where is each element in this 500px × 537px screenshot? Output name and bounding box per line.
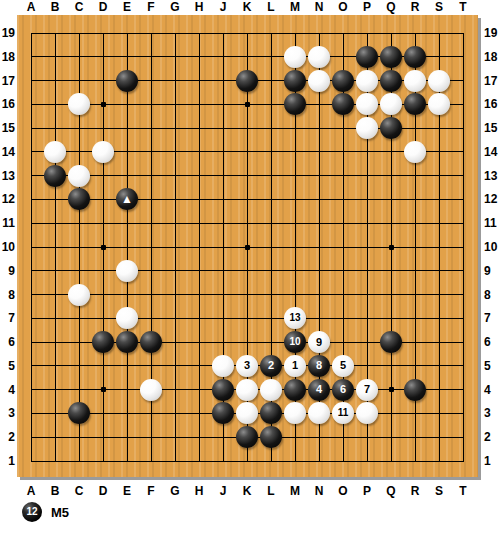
stone-black-j4[interactable] — [212, 379, 234, 401]
col-label-bottom-g: G — [165, 484, 185, 498]
stone-black-m6[interactable]: 10 — [284, 331, 306, 353]
stone-black-r4[interactable] — [404, 379, 426, 401]
row-label-right-12: 12 — [484, 192, 500, 206]
move-number-label: 8 — [316, 360, 322, 371]
move-number-label: 6 — [340, 384, 346, 395]
col-label-bottom-d: D — [93, 484, 113, 498]
grid-line-vertical — [127, 33, 128, 462]
move-number-label: 9 — [316, 337, 322, 348]
row-label-right-1: 1 — [484, 454, 500, 468]
col-label-bottom-m: M — [285, 484, 305, 498]
stone-white-p15[interactable] — [356, 117, 378, 139]
star-point-k16 — [245, 102, 250, 107]
row-label-right-6: 6 — [484, 335, 500, 349]
col-label-bottom-k: K — [237, 484, 257, 498]
col-label-bottom-j: J — [213, 484, 233, 498]
grid-line-horizontal — [31, 33, 464, 34]
move-number-label: 2 — [268, 360, 274, 371]
stone-white-p4[interactable]: 7 — [356, 379, 378, 401]
col-label-bottom-e: E — [117, 484, 137, 498]
stone-white-c13[interactable] — [68, 165, 90, 187]
row-label-left-8: 8 — [0, 288, 15, 302]
col-label-top-f: F — [141, 0, 161, 14]
col-label-bottom-p: P — [357, 484, 377, 498]
grid-line-vertical — [463, 33, 464, 462]
grid-line-horizontal — [31, 199, 464, 200]
col-label-top-n: N — [309, 0, 329, 14]
col-label-top-q: Q — [381, 0, 401, 14]
stone-white-k5[interactable]: 3 — [236, 355, 258, 377]
stone-white-r14[interactable] — [404, 141, 426, 163]
caption-move-number: 12 — [26, 507, 37, 517]
col-label-bottom-a: A — [21, 484, 41, 498]
row-label-left-1: 1 — [0, 454, 15, 468]
stone-white-m5[interactable]: 1 — [284, 355, 306, 377]
row-label-right-11: 11 — [484, 216, 500, 230]
stone-black-n4[interactable]: 4 — [308, 379, 330, 401]
col-label-top-b: B — [45, 0, 65, 14]
row-label-right-18: 18 — [484, 50, 500, 64]
stone-black-d6[interactable] — [92, 331, 114, 353]
stone-black-b13[interactable] — [44, 165, 66, 187]
grid-line-horizontal — [31, 270, 464, 271]
caption-move-stone: 12 — [22, 502, 42, 522]
row-label-left-19: 19 — [0, 26, 15, 40]
row-label-right-10: 10 — [484, 240, 500, 254]
col-label-bottom-f: F — [141, 484, 161, 498]
star-point-k10 — [245, 245, 250, 250]
row-label-right-17: 17 — [484, 74, 500, 88]
star-point-q4 — [389, 387, 394, 392]
grid-line-vertical — [55, 33, 56, 462]
row-label-right-14: 14 — [484, 145, 500, 159]
row-label-left-5: 5 — [0, 359, 15, 373]
stone-white-d14[interactable] — [92, 141, 114, 163]
col-label-top-h: H — [189, 0, 209, 14]
row-label-left-14: 14 — [0, 145, 15, 159]
col-label-top-m: M — [285, 0, 305, 14]
move-number-label: 4 — [316, 384, 322, 395]
row-label-right-8: 8 — [484, 288, 500, 302]
col-label-bottom-n: N — [309, 484, 329, 498]
row-label-right-19: 19 — [484, 26, 500, 40]
stone-black-p18[interactable] — [356, 46, 378, 68]
stone-black-l5[interactable]: 2 — [260, 355, 282, 377]
row-label-left-10: 10 — [0, 240, 15, 254]
move-caption: 12 M5 — [22, 501, 69, 523]
stone-black-o17[interactable] — [332, 70, 354, 92]
col-label-top-s: S — [429, 0, 449, 14]
star-point-d10 — [101, 245, 106, 250]
row-label-right-5: 5 — [484, 359, 500, 373]
stone-white-f4[interactable] — [140, 379, 162, 401]
col-label-top-e: E — [117, 0, 137, 14]
col-label-bottom-o: O — [333, 484, 353, 498]
stone-white-e9[interactable] — [116, 260, 138, 282]
grid-line-vertical — [175, 33, 176, 462]
row-label-left-11: 11 — [0, 216, 15, 230]
stone-white-b14[interactable] — [44, 141, 66, 163]
col-label-top-k: K — [237, 0, 257, 14]
row-label-right-16: 16 — [484, 97, 500, 111]
triangle-marker-icon: ▲ — [121, 193, 133, 205]
stone-white-p17[interactable] — [356, 70, 378, 92]
col-label-bottom-l: L — [261, 484, 281, 498]
move-number-label: 11 — [338, 408, 349, 418]
stone-black-q17[interactable] — [380, 70, 402, 92]
stone-black-q15[interactable] — [380, 117, 402, 139]
col-label-top-d: D — [93, 0, 113, 14]
move-number-label: 7 — [364, 384, 370, 395]
stone-white-c8[interactable] — [68, 284, 90, 306]
move-number-label: 1 — [292, 360, 298, 371]
row-label-left-12: 12 — [0, 192, 15, 206]
col-label-top-l: L — [261, 0, 281, 14]
grid-line-horizontal — [31, 318, 464, 319]
move-number-label: 3 — [244, 360, 250, 371]
stone-white-j5[interactable] — [212, 355, 234, 377]
grid-line-horizontal — [31, 461, 464, 462]
stone-white-l4[interactable] — [260, 379, 282, 401]
stone-white-o5[interactable]: 5 — [332, 355, 354, 377]
row-label-right-13: 13 — [484, 169, 500, 183]
stone-white-n6[interactable]: 9 — [308, 331, 330, 353]
row-label-right-7: 7 — [484, 311, 500, 325]
col-label-bottom-q: Q — [381, 484, 401, 498]
stone-white-n17[interactable] — [308, 70, 330, 92]
stone-black-k17[interactable] — [236, 70, 258, 92]
stone-black-q18[interactable] — [380, 46, 402, 68]
col-label-bottom-b: B — [45, 484, 65, 498]
col-label-bottom-s: S — [429, 484, 449, 498]
grid-line-horizontal — [31, 223, 464, 224]
col-label-top-a: A — [21, 0, 41, 14]
move-number-label: 10 — [289, 337, 300, 347]
stone-black-n5[interactable]: 8 — [308, 355, 330, 377]
col-label-top-o: O — [333, 0, 353, 14]
row-label-left-18: 18 — [0, 50, 15, 64]
col-label-top-t: T — [453, 0, 473, 14]
move-number-label: 5 — [340, 360, 346, 371]
go-diagram-page: AABBCCDDEEFFGGHHJJKKLLMMNNOOPPQQRRSSTT19… — [0, 0, 500, 537]
row-label-left-16: 16 — [0, 97, 15, 111]
col-label-top-j: J — [213, 0, 233, 14]
row-label-left-6: 6 — [0, 335, 15, 349]
row-label-right-15: 15 — [484, 121, 500, 135]
row-label-left-9: 9 — [0, 264, 15, 278]
row-label-left-15: 15 — [0, 121, 15, 135]
col-label-bottom-h: H — [189, 484, 209, 498]
row-label-right-9: 9 — [484, 264, 500, 278]
stone-black-m4[interactable] — [284, 379, 306, 401]
row-label-left-13: 13 — [0, 169, 15, 183]
stone-white-k4[interactable] — [236, 379, 258, 401]
row-label-right-4: 4 — [484, 383, 500, 397]
stone-black-o4[interactable]: 6 — [332, 379, 354, 401]
row-label-left-4: 4 — [0, 383, 15, 397]
grid-line-vertical — [199, 33, 200, 462]
caption-move-point: M5 — [51, 505, 69, 520]
stone-black-e17[interactable] — [116, 70, 138, 92]
row-label-left-3: 3 — [0, 406, 15, 420]
col-label-top-p: P — [357, 0, 377, 14]
row-label-right-3: 3 — [484, 406, 500, 420]
star-point-d4 — [101, 387, 106, 392]
stone-black-f6[interactable] — [140, 331, 162, 353]
stone-black-r18[interactable] — [404, 46, 426, 68]
row-label-left-2: 2 — [0, 430, 15, 444]
grid-line-vertical — [31, 33, 32, 462]
col-label-bottom-t: T — [453, 484, 473, 498]
stone-white-n18[interactable] — [308, 46, 330, 68]
col-label-bottom-r: R — [405, 484, 425, 498]
star-point-d16 — [101, 102, 106, 107]
row-label-left-17: 17 — [0, 74, 15, 88]
star-point-q10 — [389, 245, 394, 250]
stone-black-e6[interactable] — [116, 331, 138, 353]
stone-white-r17[interactable] — [404, 70, 426, 92]
col-label-top-g: G — [165, 0, 185, 14]
grid-line-horizontal — [31, 175, 464, 176]
col-label-top-c: C — [69, 0, 89, 14]
stone-white-m18[interactable] — [284, 46, 306, 68]
stone-white-s17[interactable] — [428, 70, 450, 92]
row-label-right-2: 2 — [484, 430, 500, 444]
stone-black-m17[interactable] — [284, 70, 306, 92]
row-label-left-7: 7 — [0, 311, 15, 325]
stone-black-q6[interactable] — [380, 331, 402, 353]
col-label-bottom-c: C — [69, 484, 89, 498]
col-label-top-r: R — [405, 0, 425, 14]
move-number-label: 13 — [289, 313, 300, 323]
grid-line-horizontal — [31, 294, 464, 295]
